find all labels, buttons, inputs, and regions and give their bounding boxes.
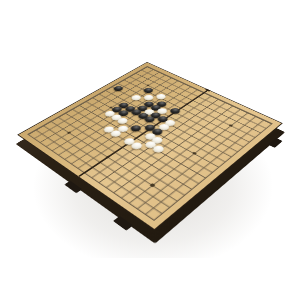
scene-rotation [0, 0, 300, 300]
latch-tab-right [268, 137, 283, 147]
star-point [150, 183, 155, 187]
board-3d-group [17, 62, 283, 230]
go-board-product-photo [0, 0, 300, 300]
black-stone [142, 87, 155, 94]
white-stone [154, 93, 167, 100]
star-point [67, 131, 72, 134]
latch-tab-bottom [113, 215, 133, 230]
fold-hinge-notch [64, 180, 82, 193]
black-stone [129, 124, 143, 133]
white-stone [142, 94, 155, 101]
white-stone [129, 94, 142, 101]
star-point [146, 84, 150, 86]
board-surface [17, 62, 283, 230]
black-stone [111, 85, 124, 92]
